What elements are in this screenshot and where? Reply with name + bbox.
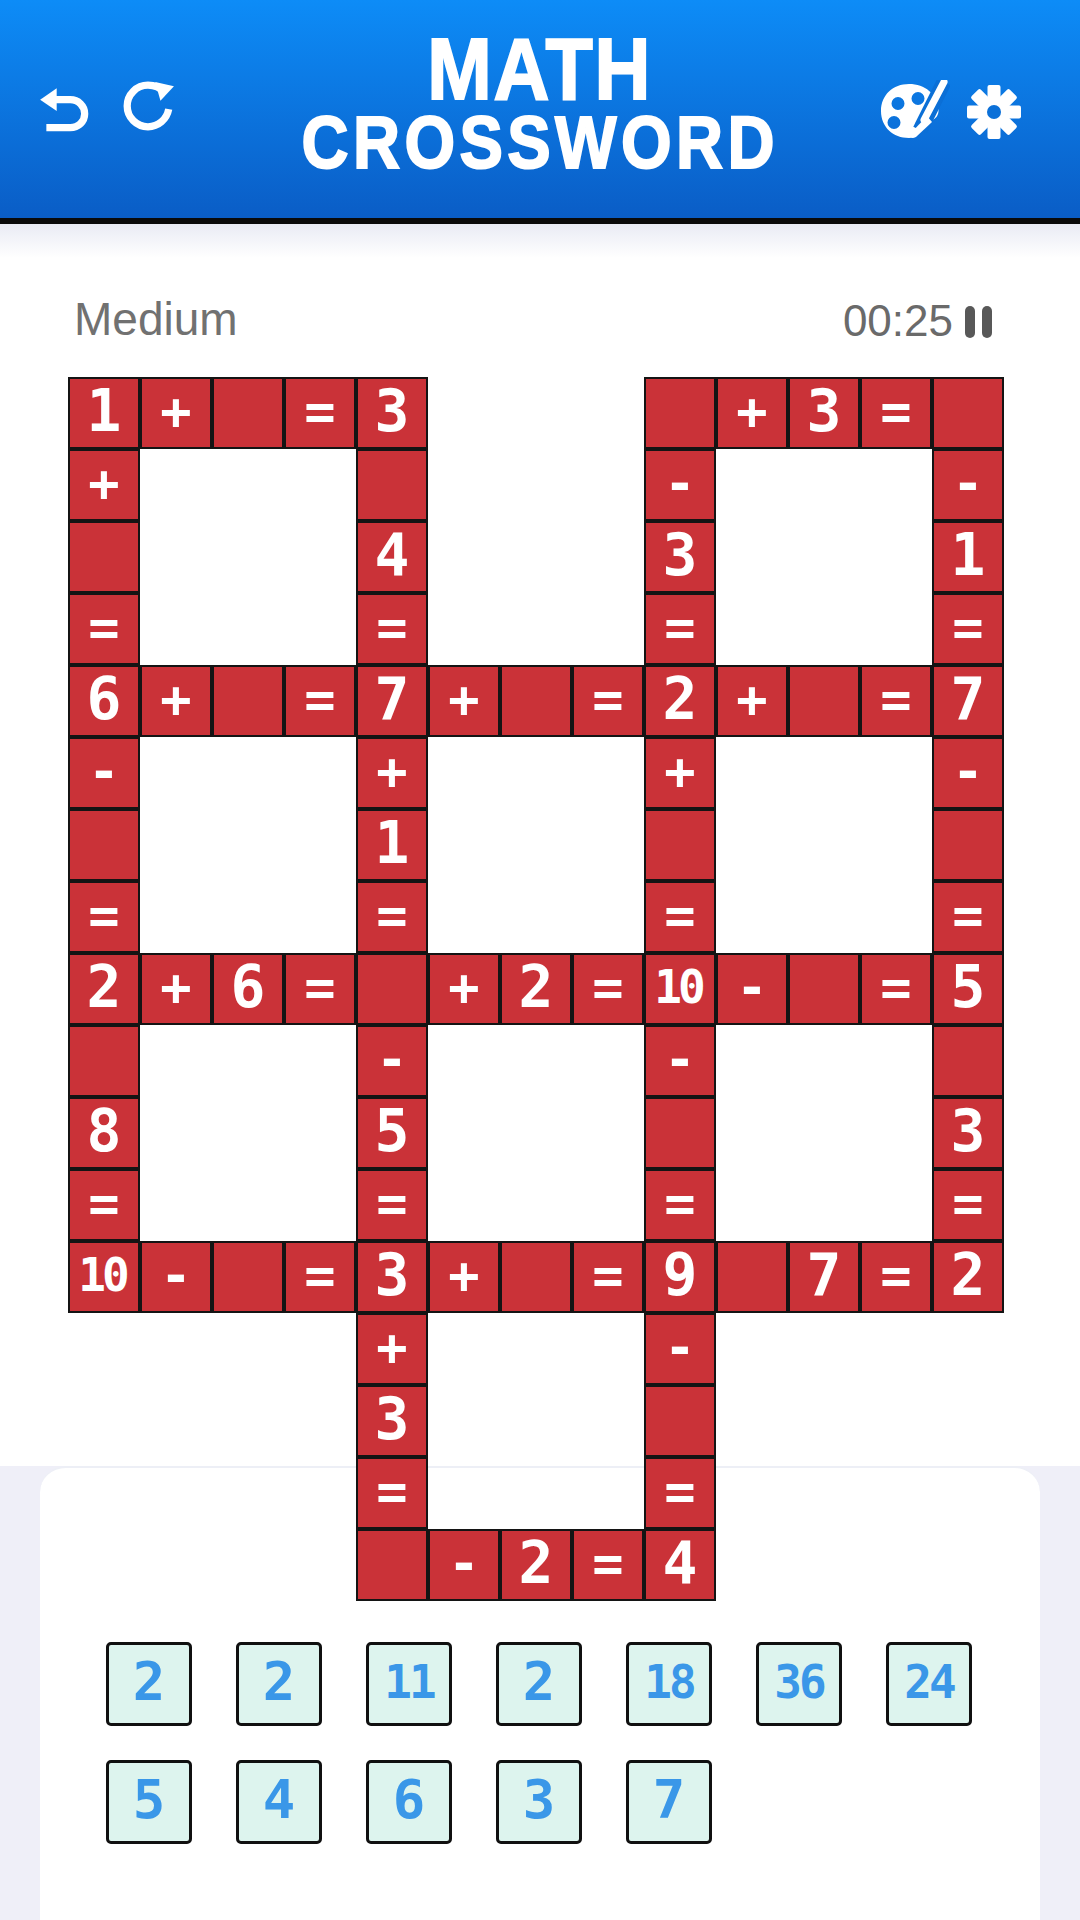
- grid-cell-r16c5: =: [356, 1457, 428, 1529]
- grid-slot-empty-r13c7[interactable]: [500, 1241, 572, 1313]
- grid-cell-r8c1: =: [68, 881, 140, 953]
- grid-cell-r6c5: +: [356, 737, 428, 809]
- grid-void-r10c3: [212, 1025, 284, 1097]
- grid-cell-r14c5: +: [356, 1313, 428, 1385]
- grid-void-r7c7: [500, 809, 572, 881]
- grid-void-r11c8: [572, 1097, 644, 1169]
- grid-cell-r10c9: -: [644, 1025, 716, 1097]
- puzzle-grid: 1+=3+3=+--431====6+=7+=2+=7-++-1====2+6=…: [68, 377, 1004, 1601]
- grid-void-r8c2: [140, 881, 212, 953]
- grid-void-r17c11: [788, 1529, 860, 1601]
- grid-void-r7c3: [212, 809, 284, 881]
- grid-cell-r1c11: 3: [788, 377, 860, 449]
- grid-slot-empty-r13c10[interactable]: [716, 1241, 788, 1313]
- grid-cell-r9c2: +: [140, 953, 212, 1025]
- grid-void-r16c6: [428, 1457, 500, 1529]
- grid-void-r4c12: [860, 593, 932, 665]
- grid-cell-r8c5: =: [356, 881, 428, 953]
- grid-cell-r9c3: 6: [212, 953, 284, 1025]
- grid-cell-r5c13: 7: [932, 665, 1004, 737]
- grid-void-r2c10: [716, 449, 788, 521]
- grid-cell-r9c4: =: [284, 953, 356, 1025]
- grid-cell-r9c13: 5: [932, 953, 1004, 1025]
- grid-void-r7c11: [788, 809, 860, 881]
- grid-void-r2c7: [500, 449, 572, 521]
- grid-void-r16c4: [284, 1457, 356, 1529]
- grid-slot-empty-r7c9[interactable]: [644, 809, 716, 881]
- grid-void-r14c4: [284, 1313, 356, 1385]
- grid-void-r16c12: [860, 1457, 932, 1529]
- grid-void-r17c13: [932, 1529, 1004, 1601]
- grid-void-r15c3: [212, 1385, 284, 1457]
- grid-void-r11c7: [500, 1097, 572, 1169]
- grid-void-r1c7: [500, 377, 572, 449]
- grid-void-r12c4: [284, 1169, 356, 1241]
- grid-void-r4c11: [788, 593, 860, 665]
- grid-void-r11c3: [212, 1097, 284, 1169]
- grid-cell-r13c12: =: [860, 1241, 932, 1313]
- grid-void-r10c10: [716, 1025, 788, 1097]
- grid-void-r16c2: [140, 1457, 212, 1529]
- grid-void-r2c2: [140, 449, 212, 521]
- timer-value: 00:25: [843, 296, 953, 346]
- grid-void-r4c4: [284, 593, 356, 665]
- grid-void-r12c10: [716, 1169, 788, 1241]
- grid-slot-empty-r5c7[interactable]: [500, 665, 572, 737]
- grid-void-r8c11: [788, 881, 860, 953]
- grid-cell-r14c9: -: [644, 1313, 716, 1385]
- grid-void-r6c4: [284, 737, 356, 809]
- grid-void-r10c11: [788, 1025, 860, 1097]
- grid-cell-r1c12: =: [860, 377, 932, 449]
- grid-void-r15c1: [68, 1385, 140, 1457]
- grid-cell-r3c13: 1: [932, 521, 1004, 593]
- grid-void-r6c8: [572, 737, 644, 809]
- grid-slot-empty-r17c5[interactable]: [356, 1529, 428, 1601]
- grid-cell-r4c9: =: [644, 593, 716, 665]
- grid-void-r4c6: [428, 593, 500, 665]
- grid-void-r3c10: [716, 521, 788, 593]
- grid-void-r15c10: [716, 1385, 788, 1457]
- grid-void-r6c7: [500, 737, 572, 809]
- tray-row-2: 54637: [106, 1760, 712, 1844]
- grid-slot-empty-r10c13[interactable]: [932, 1025, 1004, 1097]
- grid-slot-empty-r7c1[interactable]: [68, 809, 140, 881]
- grid-slot-empty-r13c3[interactable]: [212, 1241, 284, 1313]
- tray-tile-row2-2[interactable]: 4: [236, 1760, 322, 1844]
- grid-void-r15c2: [140, 1385, 212, 1457]
- grid-cell-r9c7: 2: [500, 953, 572, 1025]
- grid-void-r7c10: [716, 809, 788, 881]
- grid-void-r15c13: [932, 1385, 1004, 1457]
- grid-cell-r13c4: =: [284, 1241, 356, 1313]
- grid-cell-r5c5: 7: [356, 665, 428, 737]
- grid-void-r14c10: [716, 1313, 788, 1385]
- grid-void-r14c6: [428, 1313, 500, 1385]
- grid-void-r10c8: [572, 1025, 644, 1097]
- grid-cell-r17c8: =: [572, 1529, 644, 1601]
- grid-void-r4c8: [572, 593, 644, 665]
- grid-slot-empty-r9c5[interactable]: [356, 953, 428, 1025]
- grid-cell-r5c10: +: [716, 665, 788, 737]
- settings-button[interactable]: [966, 84, 1022, 143]
- grid-slot-empty-r3c1[interactable]: [68, 521, 140, 593]
- grid-void-r16c11: [788, 1457, 860, 1529]
- grid-slot-empty-r5c3[interactable]: [212, 665, 284, 737]
- grid-cell-r13c2: -: [140, 1241, 212, 1313]
- grid-void-r15c12: [860, 1385, 932, 1457]
- grid-void-r17c3: [212, 1529, 284, 1601]
- grid-void-r10c12: [860, 1025, 932, 1097]
- grid-void-r7c6: [428, 809, 500, 881]
- grid-void-r12c6: [428, 1169, 500, 1241]
- grid-void-r16c3: [212, 1457, 284, 1529]
- tray-tile-row2-4[interactable]: 3: [496, 1760, 582, 1844]
- grid-void-r12c7: [500, 1169, 572, 1241]
- grid-cell-r16c9: =: [644, 1457, 716, 1529]
- grid-cell-r12c1: =: [68, 1169, 140, 1241]
- grid-void-r1c6: [428, 377, 500, 449]
- grid-void-r7c4: [284, 809, 356, 881]
- grid-void-r15c6: [428, 1385, 500, 1457]
- grid-void-r11c2: [140, 1097, 212, 1169]
- grid-void-r4c3: [212, 593, 284, 665]
- grid-void-r17c10: [716, 1529, 788, 1601]
- grid-void-r6c10: [716, 737, 788, 809]
- grid-cell-r11c5: 5: [356, 1097, 428, 1169]
- grid-cell-r12c13: =: [932, 1169, 1004, 1241]
- grid-void-r1c8: [572, 377, 644, 449]
- grid-cell-r2c9: -: [644, 449, 716, 521]
- grid-slot-empty-r1c9[interactable]: [644, 377, 716, 449]
- grid-void-r3c4: [284, 521, 356, 593]
- pause-button[interactable]: [965, 304, 992, 338]
- grid-cell-r4c1: =: [68, 593, 140, 665]
- grid-slot-empty-r9c11[interactable]: [788, 953, 860, 1025]
- grid-cell-r5c4: =: [284, 665, 356, 737]
- grid-slot-empty-r15c9[interactable]: [644, 1385, 716, 1457]
- grid-void-r8c3: [212, 881, 284, 953]
- grid-void-r7c2: [140, 809, 212, 881]
- grid-cell-r5c2: +: [140, 665, 212, 737]
- grid-void-r4c2: [140, 593, 212, 665]
- grid-cell-r13c1: 10: [68, 1241, 140, 1313]
- grid-cell-r8c13: =: [932, 881, 1004, 953]
- grid-void-r2c3: [212, 449, 284, 521]
- grid-void-r8c6: [428, 881, 500, 953]
- grid-void-r8c10: [716, 881, 788, 953]
- pause-icon: [965, 306, 975, 338]
- tray-tile-row1-4[interactable]: 2: [496, 1642, 582, 1726]
- grid-void-r15c11: [788, 1385, 860, 1457]
- grid-cell-r6c1: -: [68, 737, 140, 809]
- grid-void-r16c8: [572, 1457, 644, 1529]
- grid-cell-r2c13: -: [932, 449, 1004, 521]
- grid-slot-empty-r2c5[interactable]: [356, 449, 428, 521]
- grid-void-r15c4: [284, 1385, 356, 1457]
- grid-void-r17c1: [68, 1529, 140, 1601]
- grid-cell-r13c13: 2: [932, 1241, 1004, 1313]
- theme-button[interactable]: [878, 80, 950, 145]
- grid-cell-r4c5: =: [356, 593, 428, 665]
- grid-slot-empty-r5c11[interactable]: [788, 665, 860, 737]
- grid-void-r8c8: [572, 881, 644, 953]
- grid-void-r12c11: [788, 1169, 860, 1241]
- grid-void-r6c3: [212, 737, 284, 809]
- grid-cell-r13c11: 7: [788, 1241, 860, 1313]
- grid-void-r3c3: [212, 521, 284, 593]
- grid-cell-r1c5: 3: [356, 377, 428, 449]
- grid-cell-r9c12: =: [860, 953, 932, 1025]
- grid-cell-r11c13: 3: [932, 1097, 1004, 1169]
- grid-cell-r5c1: 6: [68, 665, 140, 737]
- grid-cell-r9c9: 10: [644, 953, 716, 1025]
- grid-void-r16c10: [716, 1457, 788, 1529]
- grid-cell-r9c6: +: [428, 953, 500, 1025]
- grid-void-r12c3: [212, 1169, 284, 1241]
- grid-cell-r3c9: 3: [644, 521, 716, 593]
- grid-cell-r1c1: 1: [68, 377, 140, 449]
- grid-cell-r7c5: 1: [356, 809, 428, 881]
- grid-void-r16c13: [932, 1457, 1004, 1529]
- pause-icon: [982, 306, 992, 338]
- tray-tile-row2-3[interactable]: 6: [366, 1760, 452, 1844]
- grid-void-r10c2: [140, 1025, 212, 1097]
- grid-cell-r10c5: -: [356, 1025, 428, 1097]
- grid-cell-r13c5: 3: [356, 1241, 428, 1313]
- grid-void-r12c2: [140, 1169, 212, 1241]
- gear-icon: [966, 128, 1022, 143]
- grid-void-r3c11: [788, 521, 860, 593]
- grid-cell-r12c9: =: [644, 1169, 716, 1241]
- tray-row-1: 22112183624: [106, 1642, 972, 1726]
- grid-void-r16c7: [500, 1457, 572, 1529]
- tray-tile-row1-2[interactable]: 2: [236, 1642, 322, 1726]
- grid-cell-r1c10: +: [716, 377, 788, 449]
- grid-void-r3c7: [500, 521, 572, 593]
- grid-cell-r5c8: =: [572, 665, 644, 737]
- grid-cell-r6c9: +: [644, 737, 716, 809]
- grid-void-r16c1: [68, 1457, 140, 1529]
- tray-tile-row1-5[interactable]: 18: [626, 1642, 712, 1726]
- grid-void-r6c2: [140, 737, 212, 809]
- grid-void-r17c12: [860, 1529, 932, 1601]
- grid-cell-r13c8: =: [572, 1241, 644, 1313]
- grid-void-r3c2: [140, 521, 212, 593]
- grid-void-r17c4: [284, 1529, 356, 1601]
- grid-void-r8c12: [860, 881, 932, 953]
- grid-void-r7c8: [572, 809, 644, 881]
- grid-void-r17c2: [140, 1529, 212, 1601]
- timer: 00:25: [843, 296, 992, 346]
- grid-void-r6c12: [860, 737, 932, 809]
- grid-void-r3c12: [860, 521, 932, 593]
- grid-void-r14c2: [140, 1313, 212, 1385]
- grid-void-r10c7: [500, 1025, 572, 1097]
- grid-void-r7c12: [860, 809, 932, 881]
- grid-cell-r15c5: 3: [356, 1385, 428, 1457]
- grid-void-r14c11: [788, 1313, 860, 1385]
- palette-icon: [878, 130, 950, 145]
- grid-slot-empty-r1c13[interactable]: [932, 377, 1004, 449]
- grid-void-r2c12: [860, 449, 932, 521]
- grid-void-r11c10: [716, 1097, 788, 1169]
- grid-void-r8c4: [284, 881, 356, 953]
- grid-cell-r5c6: +: [428, 665, 500, 737]
- grid-void-r4c10: [716, 593, 788, 665]
- grid-void-r14c1: [68, 1313, 140, 1385]
- grid-void-r2c4: [284, 449, 356, 521]
- grid-cell-r1c2: +: [140, 377, 212, 449]
- grid-slot-empty-r10c1[interactable]: [68, 1025, 140, 1097]
- grid-cell-r13c6: +: [428, 1241, 500, 1313]
- grid-void-r11c6: [428, 1097, 500, 1169]
- grid-void-r4c7: [500, 593, 572, 665]
- tray-tile-row2-1[interactable]: 5: [106, 1760, 192, 1844]
- grid-cell-r9c10: -: [716, 953, 788, 1025]
- grid-void-r3c6: [428, 521, 500, 593]
- tray-tile-row1-1[interactable]: 2: [106, 1642, 192, 1726]
- grid-cell-r9c8: =: [572, 953, 644, 1025]
- grid-void-r3c8: [572, 521, 644, 593]
- grid-void-r14c3: [212, 1313, 284, 1385]
- grid-cell-r13c9: 9: [644, 1241, 716, 1313]
- grid-void-r12c8: [572, 1169, 644, 1241]
- grid-void-r14c12: [860, 1313, 932, 1385]
- tray-tile-row1-7[interactable]: 24: [886, 1642, 972, 1726]
- grid-cell-r12c5: =: [356, 1169, 428, 1241]
- grid-slot-empty-r1c3[interactable]: [212, 377, 284, 449]
- grid-void-r11c11: [788, 1097, 860, 1169]
- grid-void-r2c8: [572, 449, 644, 521]
- tray-tile-row1-6[interactable]: 36: [756, 1642, 842, 1726]
- grid-void-r8c7: [500, 881, 572, 953]
- grid-void-r15c8: [572, 1385, 644, 1457]
- grid-cell-r6c13: -: [932, 737, 1004, 809]
- grid-cell-r4c13: =: [932, 593, 1004, 665]
- grid-cell-r3c5: 4: [356, 521, 428, 593]
- grid-cell-r2c1: +: [68, 449, 140, 521]
- grid-void-r6c6: [428, 737, 500, 809]
- grid-cell-r17c7: 2: [500, 1529, 572, 1601]
- grid-void-r14c7: [500, 1313, 572, 1385]
- grid-void-r14c13: [932, 1313, 1004, 1385]
- grid-void-r14c8: [572, 1313, 644, 1385]
- grid-void-r12c12: [860, 1169, 932, 1241]
- grid-void-r2c11: [788, 449, 860, 521]
- grid-slot-empty-r11c9[interactable]: [644, 1097, 716, 1169]
- grid-void-r2c6: [428, 449, 500, 521]
- grid-cell-r11c1: 8: [68, 1097, 140, 1169]
- grid-cell-r17c9: 4: [644, 1529, 716, 1601]
- grid-void-r10c6: [428, 1025, 500, 1097]
- tray-tile-row1-3[interactable]: 11: [366, 1642, 452, 1726]
- app-header: MATH CROSSWORD: [0, 0, 1080, 224]
- difficulty-label: Medium: [74, 292, 238, 346]
- grid-cell-r9c1: 2: [68, 953, 140, 1025]
- grid-void-r11c4: [284, 1097, 356, 1169]
- grid-void-r11c12: [860, 1097, 932, 1169]
- tray-tile-row2-5[interactable]: 7: [626, 1760, 712, 1844]
- grid-cell-r8c9: =: [644, 881, 716, 953]
- grid-cell-r1c4: =: [284, 377, 356, 449]
- grid-cell-r5c9: 2: [644, 665, 716, 737]
- grid-slot-empty-r7c13[interactable]: [932, 809, 1004, 881]
- grid-void-r6c11: [788, 737, 860, 809]
- grid-cell-r17c6: -: [428, 1529, 500, 1601]
- grid-cell-r5c12: =: [860, 665, 932, 737]
- grid-void-r15c7: [500, 1385, 572, 1457]
- grid-void-r10c4: [284, 1025, 356, 1097]
